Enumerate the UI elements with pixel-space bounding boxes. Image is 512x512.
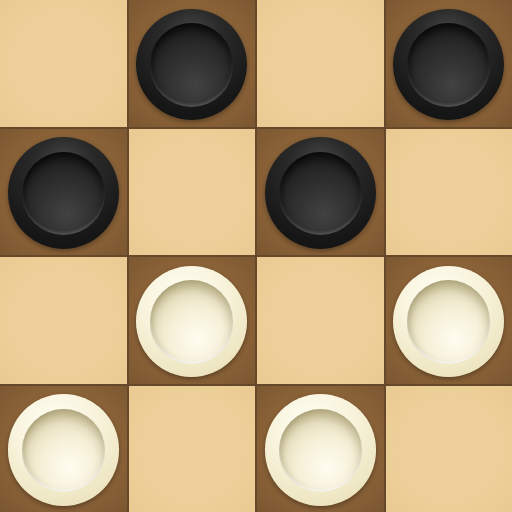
black-checker-piece[interactable] [393,9,504,120]
square-r1c1-light[interactable] [129,129,256,256]
square-r1c3-light[interactable] [386,129,512,256]
square-r3c1-light[interactable] [129,386,256,512]
black-checker-piece[interactable] [136,9,247,120]
white-checker-piece[interactable] [265,394,376,505]
square-r0c3-dark[interactable] [386,0,512,127]
white-checker-piece[interactable] [393,266,504,377]
square-r0c1-dark[interactable] [129,0,256,127]
black-checker-piece[interactable] [8,137,119,248]
square-r0c2-light[interactable] [257,0,384,127]
square-r2c1-dark[interactable] [129,257,256,384]
black-checker-piece[interactable] [265,137,376,248]
white-checker-piece[interactable] [8,394,119,505]
square-r3c2-dark[interactable] [257,386,384,512]
square-r2c2-light[interactable] [257,257,384,384]
white-checker-piece[interactable] [136,266,247,377]
square-r0c0-light[interactable] [0,0,127,127]
checkers-board [0,0,512,512]
square-r2c0-light[interactable] [0,257,127,384]
square-r2c3-dark[interactable] [386,257,512,384]
square-r1c2-dark[interactable] [257,129,384,256]
square-r1c0-dark[interactable] [0,129,127,256]
square-r3c0-dark[interactable] [0,386,127,512]
square-r3c3-light[interactable] [386,386,512,512]
